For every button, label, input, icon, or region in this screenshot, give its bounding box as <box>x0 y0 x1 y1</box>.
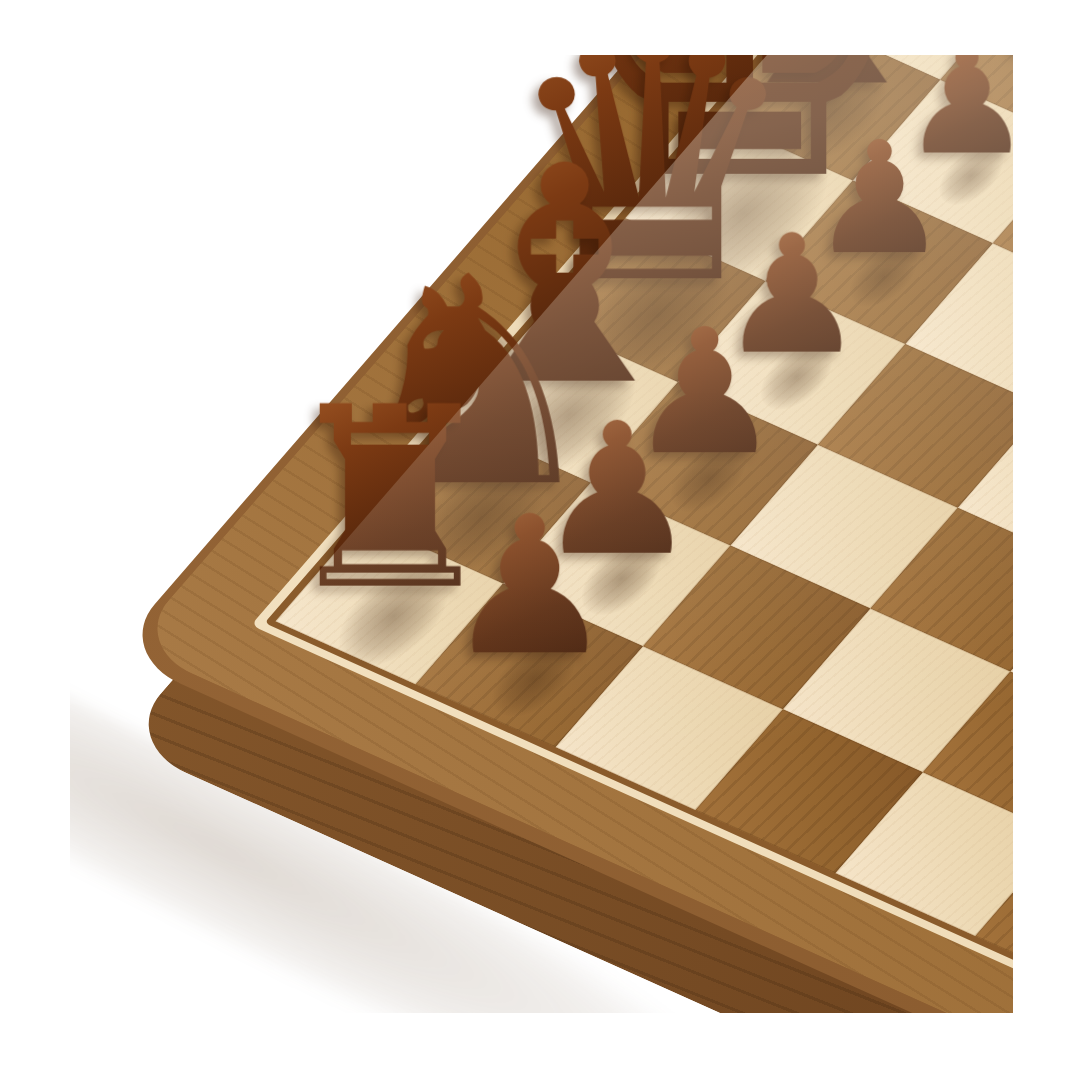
piece-dark-rook-a8[interactable]: ♜ <box>277 375 501 625</box>
photo-content-area: ♜♞♝♛♚♝♞♜♟♟♟♟♟♟♟♟ <box>70 55 1013 1013</box>
photo-canvas: ♜♞♝♛♚♝♞♜♟♟♟♟♟♟♟♟ <box>0 0 1080 1080</box>
